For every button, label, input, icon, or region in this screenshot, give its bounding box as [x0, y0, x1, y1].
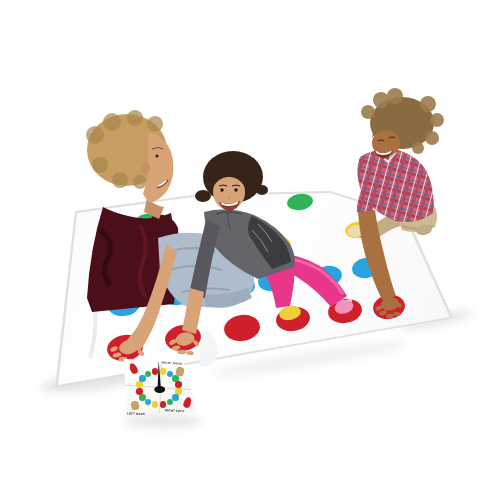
right-foot-icon: [182, 396, 192, 409]
spinner-ring-dot-red: [175, 381, 181, 387]
spinner-ring-dot-green: [167, 399, 173, 405]
spinner-needle-pivot: [154, 386, 165, 393]
spinner-ring-dot-blue: [145, 399, 151, 405]
spinner-ring-dot-green: [139, 394, 145, 400]
left-hand-icon: [130, 400, 139, 410]
girl-hand-on-red-dot-2: [168, 331, 199, 356]
spinner-ring-dot-green: [145, 371, 151, 377]
spinner-needle: [153, 360, 166, 394]
spinner-ring-dot-yellow: [136, 381, 142, 387]
players-photo-layer: [0, 0, 500, 500]
spinner-ring-dot-blue: [139, 375, 145, 381]
spinner-ring-dot-blue: [172, 394, 178, 400]
left-foot-icon: [128, 362, 139, 375]
right-hand-icon: [175, 366, 185, 377]
spinner-ring-dot-red: [136, 388, 142, 394]
player-kid-right: [346, 88, 444, 318]
photo-background: LEFT FOOT RIGHT HAND LEFT HAND RIGHT FOO…: [0, 0, 500, 500]
spinner-ring-dot-red: [160, 401, 166, 407]
kid-hand-on-red-dot-6: [375, 296, 403, 318]
spinner-ring-dot-yellow: [152, 401, 158, 407]
spinner-needle-shaft: [155, 360, 163, 388]
